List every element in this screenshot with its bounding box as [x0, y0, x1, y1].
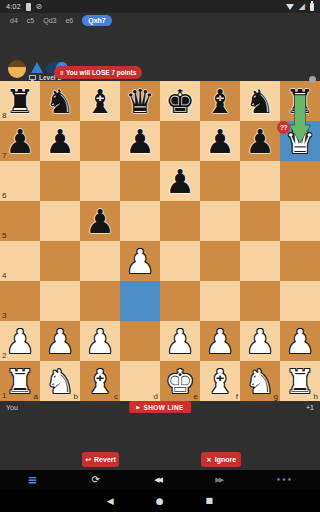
square-a8[interactable]: 8♜: [0, 81, 40, 121]
rank-label-3: 3: [2, 312, 6, 320]
black-pawn: ♟: [40, 121, 80, 161]
black-rook: ♜: [280, 81, 320, 121]
nav-recents-icon[interactable]: ■: [206, 497, 214, 505]
android-nav-bar: ◀ ● ■: [0, 490, 320, 512]
close-icon: ×: [206, 456, 212, 464]
move-d4[interactable]: d4: [10, 17, 18, 24]
file-label-c: c: [114, 393, 118, 401]
square-h4[interactable]: [280, 241, 320, 281]
player-name-label: You: [6, 404, 18, 411]
rank-label-6: 6: [2, 192, 6, 200]
square-d4[interactable]: ♟: [120, 241, 160, 281]
square-c4[interactable]: [80, 241, 120, 281]
square-d6[interactable]: [120, 161, 160, 201]
square-g8[interactable]: ♞: [240, 81, 280, 121]
file-label-b: b: [74, 393, 78, 401]
square-h3[interactable]: [280, 281, 320, 321]
play-icon: ▶: [136, 404, 140, 410]
wifi-icon: [286, 4, 294, 10]
white-pawn: ♟: [80, 321, 120, 361]
black-knight: ♞: [40, 81, 80, 121]
black-king: ♚: [160, 81, 200, 121]
square-e4[interactable]: [160, 241, 200, 281]
move-list: d4c5Qd3e6Qxh7: [0, 13, 320, 27]
square-f3[interactable]: [200, 281, 240, 321]
square-d3[interactable]: [120, 281, 160, 321]
move-Qd3[interactable]: Qd3: [43, 17, 56, 24]
undo-icon: ↩: [85, 456, 91, 464]
file-label-a: a: [34, 393, 38, 401]
file-label-f: f: [236, 393, 238, 401]
file-label-e: e: [194, 393, 198, 401]
square-e2[interactable]: ♟: [160, 321, 200, 361]
square-h2[interactable]: ♟: [280, 321, 320, 361]
square-c1[interactable]: c♝: [80, 361, 120, 401]
square-c7[interactable]: [80, 121, 120, 161]
square-e7[interactable]: [160, 121, 200, 161]
black-pawn: ♟: [120, 121, 160, 161]
battery-icon: [310, 3, 314, 11]
square-h8[interactable]: ♜: [280, 81, 320, 121]
overflow-menu-icon[interactable]: •••: [276, 477, 292, 484]
square-a6[interactable]: 6: [0, 161, 40, 201]
black-bishop: ♝: [80, 81, 120, 121]
nav-home-icon[interactable]: ●: [156, 497, 164, 506]
square-g6[interactable]: [240, 161, 280, 201]
rank-label-5: 5: [2, 232, 6, 240]
square-e8[interactable]: ♚: [160, 81, 200, 121]
ignore-button[interactable]: × Ignore: [201, 452, 241, 467]
square-c8[interactable]: ♝: [80, 81, 120, 121]
black-pawn: ♟: [160, 161, 200, 201]
square-c6[interactable]: [80, 161, 120, 201]
white-pawn: ♟: [40, 321, 80, 361]
square-g4[interactable]: [240, 241, 280, 281]
square-e6[interactable]: ♟: [160, 161, 200, 201]
square-g7[interactable]: ♟: [240, 121, 280, 161]
square-b4[interactable]: [40, 241, 80, 281]
clock: 4:02: [6, 2, 21, 11]
square-g1[interactable]: g♞: [240, 361, 280, 401]
square-f2[interactable]: ♟: [200, 321, 240, 361]
square-a4[interactable]: 4: [0, 241, 40, 281]
flip-board-icon[interactable]: ⟳: [92, 475, 100, 485]
square-b6[interactable]: [40, 161, 80, 201]
nav-back-icon[interactable]: ◀: [107, 497, 114, 506]
board-info-bar: You ▶ SHOW LINE +1: [0, 401, 320, 414]
square-f6[interactable]: [200, 161, 240, 201]
square-d1[interactable]: d: [120, 361, 160, 401]
square-e1[interactable]: e♚: [160, 361, 200, 401]
square-f1[interactable]: f♝: [200, 361, 240, 401]
square-g5[interactable]: [240, 201, 280, 241]
white-pawn: ♟: [240, 321, 280, 361]
coach-icon: [31, 62, 43, 73]
show-line-button[interactable]: ▶ SHOW LINE: [129, 401, 191, 413]
blunder-badge: ??: [277, 121, 290, 134]
show-line-label: SHOW LINE: [143, 404, 183, 411]
square-g2[interactable]: ♟: [240, 321, 280, 361]
square-h6[interactable]: [280, 161, 320, 201]
white-pawn: ♟: [160, 321, 200, 361]
white-pawn: ♟: [280, 321, 320, 361]
square-e5[interactable]: [160, 201, 200, 241]
rank-label-2: 2: [2, 352, 6, 360]
black-queen: ♛: [120, 81, 160, 121]
square-b7[interactable]: ♟: [40, 121, 80, 161]
rank-label-7: 7: [2, 152, 6, 160]
square-c5[interactable]: ♟: [80, 201, 120, 241]
square-a7[interactable]: 7♟: [0, 121, 40, 161]
move-e6[interactable]: e6: [65, 17, 73, 24]
corner-indicator-dot: [309, 76, 316, 83]
status-bar: 4:02 ⊘ ◢: [0, 0, 320, 13]
white-bishop: ♝: [200, 361, 240, 401]
square-d5[interactable]: [120, 201, 160, 241]
square-b2[interactable]: ♟: [40, 321, 80, 361]
revert-button[interactable]: ↩ Revert: [82, 452, 119, 467]
material-score: +1: [306, 404, 314, 411]
file-label-d: d: [154, 393, 158, 401]
square-c3[interactable]: [80, 281, 120, 321]
computer-icon: [29, 75, 36, 80]
square-a3[interactable]: 3: [0, 281, 40, 321]
square-f5[interactable]: [200, 201, 240, 241]
square-f7[interactable]: ♟: [200, 121, 240, 161]
square-d2[interactable]: [120, 321, 160, 361]
black-pawn: ♟: [80, 201, 120, 241]
square-d7[interactable]: ♟: [120, 121, 160, 161]
square-c2[interactable]: ♟: [80, 321, 120, 361]
rank-label-4: 4: [2, 272, 6, 280]
signal-icon: ◢: [299, 3, 305, 11]
square-a1[interactable]: 1a♜: [0, 361, 40, 401]
menu-icon[interactable]: ≡: [27, 474, 37, 486]
blunder-warning-text: You will LOSE 7 points: [66, 69, 136, 76]
double-exclamation-icon: !!: [60, 70, 63, 76]
square-a5[interactable]: 5: [0, 201, 40, 241]
square-b5[interactable]: [40, 201, 80, 241]
square-b1[interactable]: b♞: [40, 361, 80, 401]
sim-icon: [26, 3, 31, 11]
ignore-label: Ignore: [215, 456, 236, 463]
file-label-g: g: [274, 393, 278, 401]
square-a2[interactable]: 2♟: [0, 321, 40, 361]
square-h1[interactable]: h♜: [280, 361, 320, 401]
square-h5[interactable]: [280, 201, 320, 241]
black-knight: ♞: [240, 81, 280, 121]
square-f4[interactable]: [200, 241, 240, 281]
chess-app-screen: 4:02 ⊘ ◢ d4c5Qd3e6Qxh7 Level 2 !! You wi…: [0, 0, 320, 512]
square-b3[interactable]: [40, 281, 80, 321]
black-bishop: ♝: [200, 81, 240, 121]
chess-board[interactable]: 8♜♞♝♛♚♝♞♜7♟♟♟♟♟♛6♟5♟4♟32♟♟♟♟♟♟♟1a♜b♞c♝de…: [0, 81, 320, 401]
move-Qxh7[interactable]: Qxh7: [82, 15, 112, 26]
square-b8[interactable]: ♞: [40, 81, 80, 121]
move-c5[interactable]: c5: [27, 17, 34, 24]
square-g3[interactable]: [240, 281, 280, 321]
white-pawn: ♟: [120, 241, 160, 281]
blunder-warning-badge: !! You will LOSE 7 points: [54, 66, 142, 79]
rank-label-8: 8: [2, 112, 6, 120]
black-pawn: ♟: [240, 121, 280, 161]
revert-label: Revert: [94, 456, 116, 463]
file-label-h: h: [314, 393, 318, 401]
black-pawn: ♟: [200, 121, 240, 161]
rank-label-1: 1: [2, 392, 6, 400]
square-f8[interactable]: ♝: [200, 81, 240, 121]
rewind-icon[interactable]: ◀◀: [154, 477, 161, 484]
data-saver-icon: ⊘: [36, 3, 43, 11]
player-avatar[interactable]: [8, 60, 26, 78]
app-toolbar: ≡ ⟳ ◀◀ ▶▶ •••: [0, 470, 320, 490]
fast-forward-icon[interactable]: ▶▶: [215, 477, 222, 484]
square-e3[interactable]: [160, 281, 200, 321]
square-d8[interactable]: ♛: [120, 81, 160, 121]
white-pawn: ♟: [200, 321, 240, 361]
